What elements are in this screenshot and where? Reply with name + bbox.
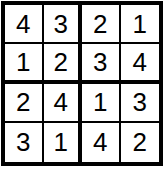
cell-r3c4: 3 [121,84,160,123]
cell-r1c1: 4 [5,5,44,44]
cell-r1c4: 1 [121,5,160,44]
cell-r4c3: 4 [82,123,121,162]
cell-r4c2: 1 [44,123,83,162]
sudoku-page: 4 3 2 1 1 2 3 4 2 4 1 3 3 1 4 2 [0,0,165,169]
cell-r3c3: 1 [82,84,121,123]
cell-r2c1: 1 [5,44,44,83]
cell-r2c4: 4 [121,44,160,83]
cell-r1c3: 2 [82,5,121,44]
cell-r2c2: 2 [44,44,83,83]
cell-r4c4: 2 [121,123,160,162]
cell-r4c1: 3 [5,123,44,162]
cell-r2c3: 3 [82,44,121,83]
cell-r3c2: 4 [44,84,83,123]
cell-r1c2: 3 [44,5,83,44]
cell-r3c1: 2 [5,84,44,123]
sudoku-board: 4 3 2 1 1 2 3 4 2 4 1 3 3 1 4 2 [1,1,163,166]
